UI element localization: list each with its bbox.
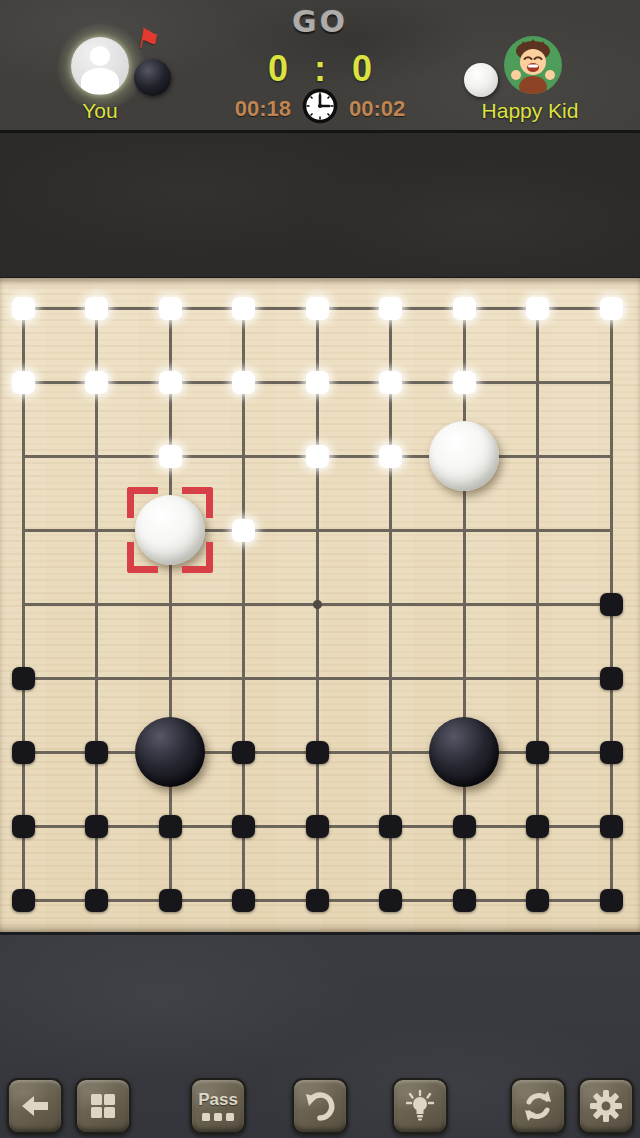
black-territory-marker [232, 815, 255, 838]
white-territory-marker [306, 297, 329, 320]
black-territory-marker [600, 815, 623, 838]
white-territory-marker [159, 445, 182, 468]
score-right: 0 [352, 48, 372, 90]
grid-line [22, 677, 613, 680]
white-stone [429, 421, 499, 491]
white-territory-marker [306, 445, 329, 468]
last-move-corner [182, 542, 213, 573]
white-territory-marker [12, 371, 35, 394]
black-territory-marker [85, 815, 108, 838]
black-territory-marker [85, 889, 108, 912]
pass-button[interactable]: Pass [190, 1078, 246, 1134]
white-territory-marker [453, 371, 476, 394]
layout-grid-button[interactable] [75, 1078, 131, 1134]
black-territory-marker [306, 815, 329, 838]
pass-button-label: Pass [198, 1091, 238, 1109]
black-territory-marker [159, 889, 182, 912]
black-territory-marker [232, 889, 255, 912]
black-territory-marker [306, 741, 329, 764]
black-territory-marker [12, 815, 35, 838]
white-territory-marker [232, 519, 255, 542]
black-territory-marker [306, 889, 329, 912]
star-point [313, 600, 322, 609]
white-territory-marker [306, 371, 329, 394]
black-territory-marker [600, 593, 623, 616]
restart-button[interactable] [510, 1078, 566, 1134]
last-move-corner [127, 542, 158, 573]
white-territory-marker [85, 371, 108, 394]
timer-you: 00:18 [235, 96, 291, 122]
timer-opponent: 00:02 [349, 96, 405, 122]
restart-icon [521, 1089, 555, 1123]
black-territory-marker [232, 741, 255, 764]
white-territory-marker [12, 297, 35, 320]
black-territory-marker [453, 889, 476, 912]
settings-button[interactable] [578, 1078, 634, 1134]
white-territory-marker [85, 297, 108, 320]
white-territory-marker [379, 297, 402, 320]
go-board[interactable] [0, 278, 640, 932]
layout-grid-icon [87, 1090, 119, 1122]
white-territory-marker [600, 297, 623, 320]
top-bar: GO ⚑ You 0 : 0 00:18 [0, 0, 640, 133]
score-left: 0 [268, 48, 288, 90]
black-territory-marker [600, 741, 623, 764]
undo-button[interactable] [292, 1078, 348, 1134]
undo-arrow-icon [303, 1089, 337, 1123]
black-territory-marker [12, 741, 35, 764]
white-territory-marker [453, 297, 476, 320]
black-territory-marker [600, 889, 623, 912]
player-name-opponent: Happy Kid [455, 99, 605, 123]
grid-line [536, 307, 539, 902]
black-territory-marker [453, 815, 476, 838]
black-territory-marker [12, 889, 35, 912]
white-territory-marker [232, 297, 255, 320]
black-territory-marker [12, 667, 35, 690]
white-territory-marker [159, 297, 182, 320]
score-divider: : [314, 48, 326, 90]
black-territory-marker [379, 889, 402, 912]
last-move-marker [127, 487, 213, 573]
back-button[interactable] [7, 1078, 63, 1134]
last-move-corner [127, 487, 158, 518]
black-territory-marker [526, 741, 549, 764]
clock-icon [301, 87, 339, 131]
black-territory-marker [85, 741, 108, 764]
white-territory-marker [159, 371, 182, 394]
last-move-corner [182, 487, 213, 518]
black-territory-marker [159, 815, 182, 838]
back-arrow-icon [19, 1090, 51, 1122]
white-stone-indicator [464, 63, 498, 97]
capture-area-panel [0, 133, 640, 278]
grid-line [389, 307, 392, 902]
black-territory-marker [379, 815, 402, 838]
hint-bulb-icon [403, 1089, 437, 1123]
black-stone [429, 717, 499, 787]
black-territory-marker [526, 815, 549, 838]
grid-line [463, 307, 466, 902]
white-territory-marker [379, 445, 402, 468]
go-game-screen: GO ⚑ You 0 : 0 00:18 [0, 0, 640, 1138]
white-territory-marker [526, 297, 549, 320]
white-territory-marker [379, 371, 402, 394]
black-territory-marker [526, 889, 549, 912]
player-avatar-opponent[interactable] [503, 35, 563, 95]
pass-dots-icon [202, 1113, 234, 1121]
white-territory-marker [232, 371, 255, 394]
settings-gear-icon [588, 1088, 624, 1124]
black-territory-marker [600, 667, 623, 690]
black-stone [135, 717, 205, 787]
hint-button[interactable] [392, 1078, 448, 1134]
